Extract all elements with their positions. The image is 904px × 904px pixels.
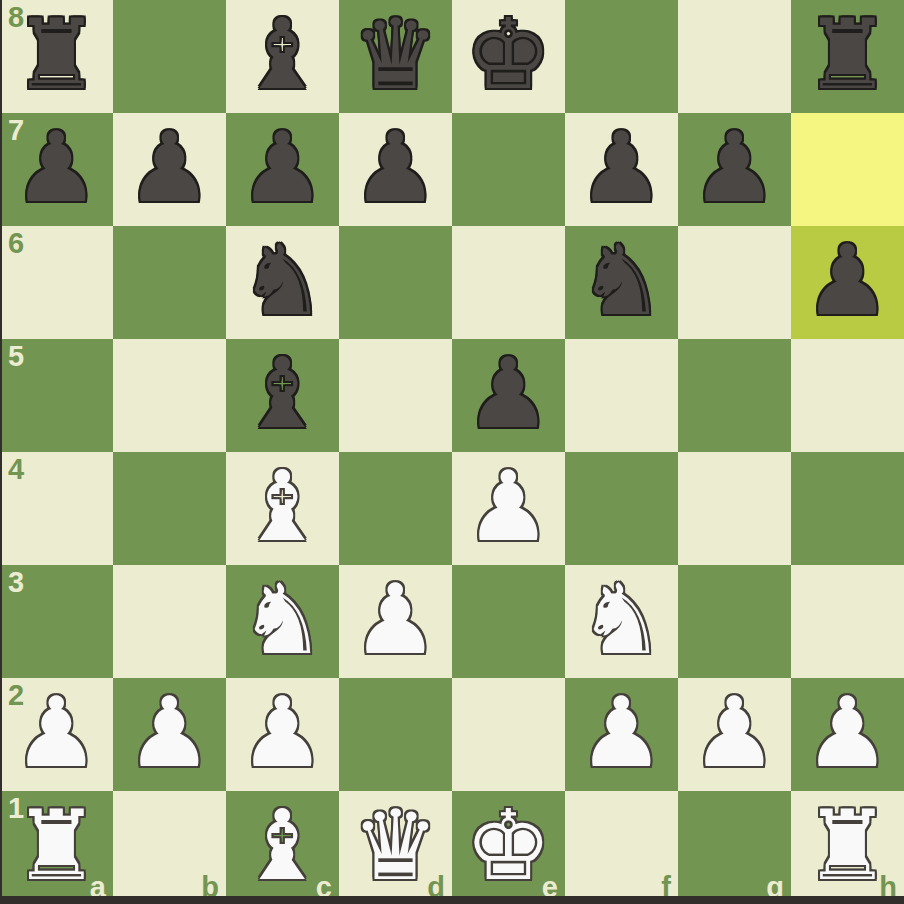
- rank-label-4: 4: [8, 454, 24, 486]
- page-background-strip-left: [0, 0, 2, 904]
- square-e6[interactable]: [452, 226, 565, 339]
- piece-black-pawn[interactable]: ♟: [678, 113, 791, 226]
- piece-white-pawn[interactable]: ♟: [452, 452, 565, 565]
- square-h5[interactable]: [791, 339, 904, 452]
- square-b6[interactable]: [113, 226, 226, 339]
- square-b8[interactable]: [113, 0, 226, 113]
- square-g4[interactable]: [678, 452, 791, 565]
- square-a2[interactable]: 2♟: [0, 678, 113, 791]
- square-b5[interactable]: [113, 339, 226, 452]
- square-f3[interactable]: ♞: [565, 565, 678, 678]
- piece-black-pawn[interactable]: ♟: [565, 113, 678, 226]
- piece-white-king[interactable]: ♚: [452, 791, 565, 904]
- square-a7[interactable]: 7♟: [0, 113, 113, 226]
- square-f8[interactable]: [565, 0, 678, 113]
- square-c3[interactable]: ♞: [226, 565, 339, 678]
- square-a5[interactable]: 5: [0, 339, 113, 452]
- square-h4[interactable]: [791, 452, 904, 565]
- square-g2[interactable]: ♟: [678, 678, 791, 791]
- square-h7[interactable]: [791, 113, 904, 226]
- square-f6[interactable]: ♞: [565, 226, 678, 339]
- square-b4[interactable]: [113, 452, 226, 565]
- square-c8[interactable]: ♝: [226, 0, 339, 113]
- square-d5[interactable]: [339, 339, 452, 452]
- square-d8[interactable]: ♛: [339, 0, 452, 113]
- square-f1[interactable]: f: [565, 791, 678, 904]
- square-e7[interactable]: [452, 113, 565, 226]
- square-a6[interactable]: 6: [0, 226, 113, 339]
- square-b3[interactable]: [113, 565, 226, 678]
- piece-black-knight[interactable]: ♞: [226, 226, 339, 339]
- piece-white-queen[interactable]: ♛: [339, 791, 452, 904]
- piece-black-bishop[interactable]: ♝: [226, 339, 339, 452]
- square-d1[interactable]: d♛: [339, 791, 452, 904]
- square-d2[interactable]: [339, 678, 452, 791]
- square-h8[interactable]: ♜: [791, 0, 904, 113]
- square-c2[interactable]: ♟: [226, 678, 339, 791]
- square-e4[interactable]: ♟: [452, 452, 565, 565]
- square-d4[interactable]: [339, 452, 452, 565]
- piece-black-queen[interactable]: ♛: [339, 0, 452, 113]
- piece-white-knight[interactable]: ♞: [565, 565, 678, 678]
- piece-white-pawn[interactable]: ♟: [113, 678, 226, 791]
- chess-board: 8♜♝♛♚♜7♟♟♟♟♟♟6♞♞♟5♝♟4♝♟3♞♟♞2♟♟♟♟♟♟1a♜bc♝…: [0, 0, 904, 904]
- piece-black-pawn[interactable]: ♟: [0, 113, 113, 226]
- square-f2[interactable]: ♟: [565, 678, 678, 791]
- square-f4[interactable]: [565, 452, 678, 565]
- piece-black-pawn[interactable]: ♟: [226, 113, 339, 226]
- square-c1[interactable]: c♝: [226, 791, 339, 904]
- square-b7[interactable]: ♟: [113, 113, 226, 226]
- square-g8[interactable]: [678, 0, 791, 113]
- piece-black-rook[interactable]: ♜: [0, 0, 113, 113]
- piece-black-rook[interactable]: ♜: [791, 0, 904, 113]
- piece-white-pawn[interactable]: ♟: [226, 678, 339, 791]
- piece-black-pawn[interactable]: ♟: [452, 339, 565, 452]
- square-e2[interactable]: [452, 678, 565, 791]
- piece-white-knight[interactable]: ♞: [226, 565, 339, 678]
- rank-label-5: 5: [8, 341, 24, 373]
- square-d6[interactable]: [339, 226, 452, 339]
- square-e3[interactable]: [452, 565, 565, 678]
- square-b2[interactable]: ♟: [113, 678, 226, 791]
- piece-black-pawn[interactable]: ♟: [791, 226, 904, 339]
- square-a4[interactable]: 4: [0, 452, 113, 565]
- square-g5[interactable]: [678, 339, 791, 452]
- piece-black-pawn[interactable]: ♟: [113, 113, 226, 226]
- square-g7[interactable]: ♟: [678, 113, 791, 226]
- piece-black-knight[interactable]: ♞: [565, 226, 678, 339]
- piece-white-rook[interactable]: ♜: [0, 791, 113, 904]
- square-a3[interactable]: 3: [0, 565, 113, 678]
- square-h2[interactable]: ♟: [791, 678, 904, 791]
- square-a8[interactable]: 8♜: [0, 0, 113, 113]
- square-b1[interactable]: b: [113, 791, 226, 904]
- square-c4[interactable]: ♝: [226, 452, 339, 565]
- piece-white-pawn[interactable]: ♟: [791, 678, 904, 791]
- square-g3[interactable]: [678, 565, 791, 678]
- square-h6[interactable]: ♟: [791, 226, 904, 339]
- piece-white-rook[interactable]: ♜: [791, 791, 904, 904]
- square-c6[interactable]: ♞: [226, 226, 339, 339]
- square-e8[interactable]: ♚: [452, 0, 565, 113]
- square-d7[interactable]: ♟: [339, 113, 452, 226]
- piece-white-pawn[interactable]: ♟: [565, 678, 678, 791]
- square-d3[interactable]: ♟: [339, 565, 452, 678]
- square-f7[interactable]: ♟: [565, 113, 678, 226]
- square-f5[interactable]: [565, 339, 678, 452]
- square-g6[interactable]: [678, 226, 791, 339]
- square-c7[interactable]: ♟: [226, 113, 339, 226]
- piece-white-bishop[interactable]: ♝: [226, 452, 339, 565]
- square-g1[interactable]: g: [678, 791, 791, 904]
- piece-white-pawn[interactable]: ♟: [678, 678, 791, 791]
- piece-black-pawn[interactable]: ♟: [339, 113, 452, 226]
- piece-black-king[interactable]: ♚: [452, 0, 565, 113]
- piece-black-bishop[interactable]: ♝: [226, 0, 339, 113]
- square-e5[interactable]: ♟: [452, 339, 565, 452]
- square-c5[interactable]: ♝: [226, 339, 339, 452]
- piece-white-pawn[interactable]: ♟: [339, 565, 452, 678]
- square-a1[interactable]: 1a♜: [0, 791, 113, 904]
- rank-label-6: 6: [8, 228, 24, 260]
- page-background-strip-bottom: [0, 896, 904, 904]
- square-h1[interactable]: h♜: [791, 791, 904, 904]
- piece-white-pawn[interactable]: ♟: [0, 678, 113, 791]
- square-e1[interactable]: e♚: [452, 791, 565, 904]
- square-h3[interactable]: [791, 565, 904, 678]
- rank-label-3: 3: [8, 567, 24, 599]
- piece-white-bishop[interactable]: ♝: [226, 791, 339, 904]
